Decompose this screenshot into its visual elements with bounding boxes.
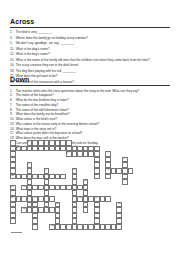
cell-clue-number: 9 (45, 168, 46, 170)
cell-clue-number: 2 (28, 140, 29, 142)
cell-clue-number: 23 (51, 224, 54, 226)
grid-cell[interactable] (105, 196, 111, 202)
clue-text: Who comes to the house early in the morn… (16, 122, 100, 125)
grid-cell[interactable] (83, 207, 89, 213)
grid-cell[interactable] (105, 174, 111, 180)
across-header-rule (10, 27, 170, 28)
cell-clue-number: 15 (23, 185, 26, 187)
clue-text: What do the two brothers buy in town? (16, 98, 69, 101)
clue-text: What is the boy's name? (16, 52, 50, 55)
cell-clue-number: 13 (84, 179, 87, 181)
clue-text: We don't say 'goodbye', we say '________… (16, 41, 76, 44)
bottom-left-line (11, 232, 22, 233)
cell-clue-number: 4 (95, 146, 96, 148)
clue-text: What is the dog's name? (16, 47, 50, 50)
down-header-rule (10, 85, 170, 86)
cell-clue-number: 18 (79, 196, 82, 198)
cell-clue-number: 7 (123, 157, 124, 159)
down-header: Down (10, 76, 29, 83)
cell-clue-number: 16 (11, 196, 14, 198)
cell-clue-number: 1 (11, 140, 12, 142)
grid-cell[interactable] (128, 168, 134, 174)
cell-clue-number: 14 (11, 185, 14, 187)
worksheet-page: Across 2.The bird is very ________.3.Whe… (0, 0, 180, 256)
cell-clue-number: 22 (23, 207, 26, 209)
cell-clue-number: 19 (95, 196, 98, 198)
cell-clue-number: 20 (56, 202, 59, 204)
grid-cell[interactable] (32, 224, 38, 230)
cell-clue-number: 5 (67, 151, 68, 153)
grid-cell[interactable] (122, 179, 128, 185)
cell-clue-number: 21 (118, 202, 121, 204)
clue-text: The dog likes playing with his red _____… (16, 69, 77, 72)
grid-cell[interactable] (116, 224, 122, 230)
clue-text: Where does the family go on holiday ever… (16, 36, 88, 39)
across-header: Across (10, 18, 34, 25)
cell-clue-number: 3 (17, 146, 18, 148)
cell-clue-number: 12 (11, 174, 14, 176)
grid-cell[interactable] (60, 174, 66, 180)
across-clue: 23.The name of the restaurant with a mou… (10, 79, 172, 85)
clue-text: The bird is very ________. (16, 30, 53, 33)
cell-clue-number: 11 (107, 168, 109, 170)
cell-clue-number: 17 (34, 196, 37, 198)
across-clue-list: 2.The bird is very ________.3.Where does… (10, 29, 172, 84)
cell-clue-number: 8 (28, 162, 29, 164)
clue-text: What is the name of the lonely old man t… (16, 58, 150, 61)
cell-clue-number: 10 (73, 168, 76, 170)
grid-cell[interactable] (10, 218, 16, 224)
cell-clue-number: 6 (107, 151, 108, 153)
clue-text: The scary creature they see in the dark … (16, 64, 79, 67)
grid-cell[interactable] (94, 174, 100, 180)
